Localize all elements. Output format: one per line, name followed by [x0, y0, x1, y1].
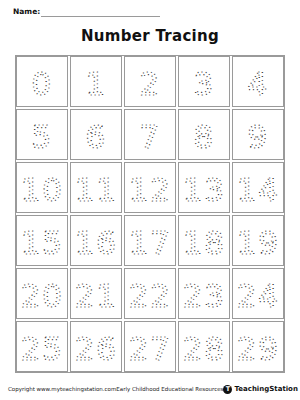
- trace-number: 19: [236, 225, 279, 261]
- trace-cell-28: 28: [178, 321, 230, 372]
- traced-number-svg: 17: [125, 216, 175, 265]
- trace-cell-5: 5: [16, 109, 68, 160]
- trace-number: 12: [128, 172, 171, 208]
- traced-number-svg: 3: [179, 57, 229, 106]
- trace-number: 14: [236, 172, 279, 208]
- trace-number: 16: [74, 225, 117, 261]
- trace-number: 2: [139, 66, 161, 102]
- traced-number-svg: 14: [233, 163, 283, 212]
- traced-number-svg: 23: [179, 269, 229, 318]
- traced-number-svg: 25: [17, 322, 67, 371]
- trace-number: 6: [85, 119, 107, 155]
- trace-number: 17: [128, 225, 171, 261]
- trace-cell-18: 18: [178, 215, 230, 266]
- traced-number-svg: 22: [125, 269, 175, 318]
- trace-cell-23: 23: [178, 268, 230, 319]
- teaching-station-logo-icon: T: [223, 385, 232, 394]
- name-blank-line: [41, 7, 160, 17]
- copyright-text: Copyright www.myteachingstation.com: [8, 386, 116, 392]
- traced-number-svg: 26: [71, 322, 121, 371]
- traced-number-svg: 29: [233, 322, 283, 371]
- trace-cell-24: 24: [232, 268, 284, 319]
- trace-number: 11: [74, 172, 117, 208]
- footer-center-text: Early Childhood Educational Resources: [116, 386, 223, 392]
- name-label: Name:: [13, 7, 40, 17]
- traced-number-svg: 13: [179, 163, 229, 212]
- trace-cell-21: 21: [70, 268, 122, 319]
- traced-number-svg: 9: [233, 110, 283, 159]
- traced-number-svg: 15: [17, 216, 67, 265]
- trace-cell-6: 6: [70, 109, 122, 160]
- trace-number: 8: [193, 119, 215, 155]
- trace-number: 23: [182, 278, 225, 314]
- trace-number: 10: [20, 172, 63, 208]
- trace-cell-29: 29: [232, 321, 284, 372]
- trace-number: 25: [20, 331, 63, 367]
- traced-number-svg: 10: [17, 163, 67, 212]
- trace-number: 28: [182, 331, 225, 367]
- traced-number-svg: 24: [233, 269, 283, 318]
- trace-number: 26: [74, 331, 117, 367]
- trace-cell-9: 9: [232, 109, 284, 160]
- trace-cell-20: 20: [16, 268, 68, 319]
- traced-number-svg: 2: [125, 57, 175, 106]
- trace-cell-13: 13: [178, 162, 230, 213]
- trace-cell-15: 15: [16, 215, 68, 266]
- trace-cell-3: 3: [178, 56, 230, 107]
- number-tracing-grid: 0 1 2 3 4 5 6 7 8 9 10 11 12 13 14 15 16…: [15, 55, 285, 373]
- traced-number-svg: 0: [17, 57, 67, 106]
- traced-number-svg: 1: [71, 57, 121, 106]
- traced-number-svg: 16: [71, 216, 121, 265]
- trace-cell-0: 0: [16, 56, 68, 107]
- traced-number-svg: 8: [179, 110, 229, 159]
- trace-cell-2: 2: [124, 56, 176, 107]
- trace-number: 7: [139, 119, 161, 155]
- trace-number: 29: [236, 331, 279, 367]
- traced-number-svg: 7: [125, 110, 175, 159]
- trace-cell-4: 4: [232, 56, 284, 107]
- trace-cell-7: 7: [124, 109, 176, 160]
- traced-number-svg: 11: [71, 163, 121, 212]
- traced-number-svg: 4: [233, 57, 283, 106]
- trace-number: 27: [128, 331, 171, 367]
- trace-number: 9: [247, 119, 269, 155]
- trace-cell-12: 12: [124, 162, 176, 213]
- trace-number: 13: [182, 172, 225, 208]
- name-row: Name:: [13, 7, 160, 17]
- trace-number: 24: [236, 278, 279, 314]
- trace-cell-1: 1: [70, 56, 122, 107]
- teaching-station-logo-text: TeachingStation: [234, 385, 298, 393]
- trace-cell-17: 17: [124, 215, 176, 266]
- traced-number-svg: 28: [179, 322, 229, 371]
- worksheet-page: Name: Number Tracing 0 1 2 3 4 5 6 7 8 9…: [0, 0, 300, 400]
- traced-number-svg: 6: [71, 110, 121, 159]
- trace-number: 0: [31, 66, 53, 102]
- traced-number-svg: 12: [125, 163, 175, 212]
- traced-number-svg: 27: [125, 322, 175, 371]
- trace-number: 3: [193, 66, 215, 102]
- trace-number: 22: [128, 278, 171, 314]
- traced-number-svg: 20: [17, 269, 67, 318]
- trace-cell-19: 19: [232, 215, 284, 266]
- trace-number: 15: [20, 225, 63, 261]
- trace-number: 21: [74, 278, 117, 314]
- trace-cell-16: 16: [70, 215, 122, 266]
- trace-number: 1: [85, 66, 107, 102]
- trace-cell-10: 10: [16, 162, 68, 213]
- trace-cell-11: 11: [70, 162, 122, 213]
- page-title: Number Tracing: [0, 27, 300, 45]
- trace-number: 20: [20, 278, 63, 314]
- footer: Copyright www.myteachingstation.com Earl…: [8, 382, 292, 396]
- trace-cell-25: 25: [16, 321, 68, 372]
- trace-cell-14: 14: [232, 162, 284, 213]
- traced-number-svg: 18: [179, 216, 229, 265]
- traced-number-svg: 5: [17, 110, 67, 159]
- trace-number: 4: [247, 66, 269, 102]
- trace-number: 5: [31, 119, 53, 155]
- trace-cell-8: 8: [178, 109, 230, 160]
- trace-cell-26: 26: [70, 321, 122, 372]
- trace-cell-22: 22: [124, 268, 176, 319]
- traced-number-svg: 21: [71, 269, 121, 318]
- traced-number-svg: 19: [233, 216, 283, 265]
- trace-cell-27: 27: [124, 321, 176, 372]
- trace-number: 18: [182, 225, 225, 261]
- teaching-station-logo: T TeachingStation: [223, 385, 298, 394]
